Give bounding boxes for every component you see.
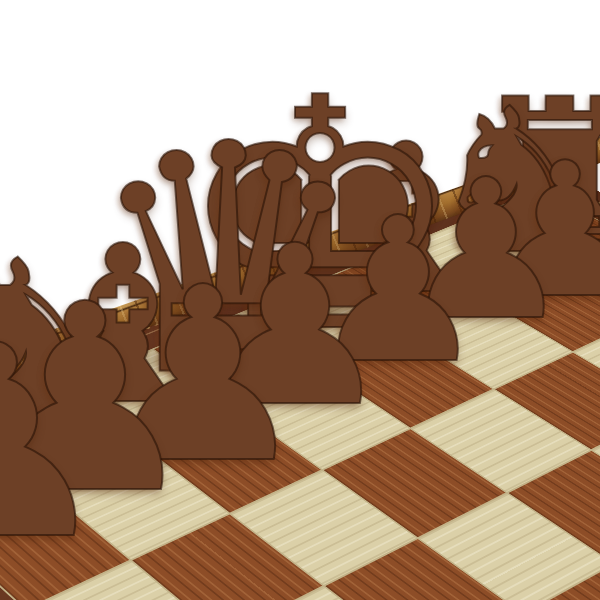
piece-brown-pawn-a7[interactable]: ♟ (0, 311, 115, 576)
pieces-layer: ♜♞♝♚♛♝♞♟♟♟♟♟♟♟ (0, 0, 600, 600)
chess-set-photo: ♜♞♝♚♛♝♞♟♟♟♟♟♟♟ (0, 0, 600, 600)
